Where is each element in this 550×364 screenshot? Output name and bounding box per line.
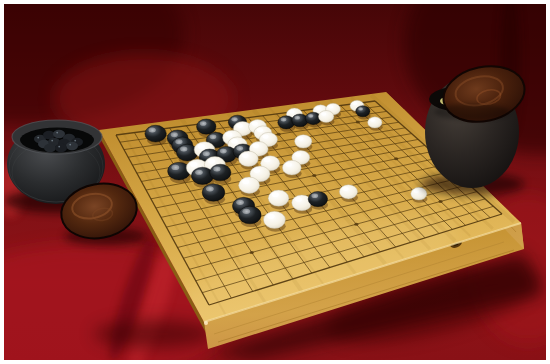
stone-black[interactable] xyxy=(210,164,232,184)
stone-body xyxy=(268,190,289,206)
stone-highlight xyxy=(264,158,271,163)
stone-black[interactable] xyxy=(239,206,262,227)
stone-highlight xyxy=(195,170,203,175)
stone-body xyxy=(145,125,166,142)
stone-white[interactable] xyxy=(268,190,289,209)
stone-white[interactable] xyxy=(411,187,428,202)
stone-body xyxy=(239,177,260,193)
board-corner-glint xyxy=(204,321,208,325)
stone-highlight xyxy=(328,105,333,108)
stone-white[interactable] xyxy=(263,211,285,231)
stone-highlight xyxy=(257,128,263,132)
stone-highlight xyxy=(321,112,326,116)
stone-body xyxy=(356,106,370,117)
bowl-stone-glint xyxy=(56,132,58,134)
stone-body xyxy=(411,187,427,200)
stone-body xyxy=(197,119,216,134)
stone-black[interactable] xyxy=(202,184,225,205)
star-point xyxy=(438,200,442,203)
bowl-stone xyxy=(55,144,67,152)
stone-highlight xyxy=(149,128,156,133)
photo-frame xyxy=(0,0,550,364)
stone-highlight xyxy=(298,137,304,141)
stone-body xyxy=(339,185,357,199)
stone-highlight xyxy=(200,121,207,126)
stone-highlight xyxy=(206,186,214,191)
stone-highlight xyxy=(262,134,268,138)
stone-highlight xyxy=(252,121,258,125)
stone-highlight xyxy=(413,189,419,193)
stone-highlight xyxy=(203,151,210,156)
stone-body xyxy=(318,111,333,123)
star-point xyxy=(250,251,254,254)
board-shadow xyxy=(94,320,214,348)
stone-body xyxy=(202,184,225,202)
stone-highlight xyxy=(171,165,179,170)
stone-highlight xyxy=(311,194,318,199)
stone-highlight xyxy=(370,118,375,121)
stone-highlight xyxy=(358,107,363,110)
stone-highlight xyxy=(352,102,357,105)
stone-body xyxy=(295,135,312,148)
star-point xyxy=(312,174,316,177)
stone-highlight xyxy=(281,118,287,122)
stone-black[interactable] xyxy=(308,191,328,209)
stone-highlight xyxy=(267,214,274,219)
stone-white[interactable] xyxy=(282,160,301,178)
stone-highlight xyxy=(226,132,233,136)
bowl-stone-glint xyxy=(37,137,39,139)
stone-white[interactable] xyxy=(295,135,313,151)
bowl-stone-glint xyxy=(69,144,71,146)
stone-highlight xyxy=(236,146,243,151)
stone-highlight xyxy=(242,153,249,158)
stone-body xyxy=(263,211,285,228)
stone-highlight xyxy=(180,147,187,152)
stone-highlight xyxy=(208,159,215,164)
stone-highlight xyxy=(175,139,182,144)
stone-highlight xyxy=(190,162,197,167)
stone-highlight xyxy=(213,167,220,172)
stone-highlight xyxy=(342,187,348,191)
star-point xyxy=(354,223,358,226)
stone-body xyxy=(282,160,301,175)
stone-body xyxy=(239,206,262,224)
star-point xyxy=(356,121,360,124)
bowl-stone-glint xyxy=(58,146,60,148)
stone-highlight xyxy=(308,114,313,118)
stone-highlight xyxy=(171,132,178,137)
stone-body xyxy=(368,117,382,128)
bowl-stone xyxy=(44,144,56,152)
stone-body xyxy=(308,191,327,206)
stone-highlight xyxy=(253,168,260,173)
stone-highlight xyxy=(252,144,258,148)
star-point xyxy=(394,157,398,160)
stone-highlight xyxy=(286,162,292,166)
stone-white[interactable] xyxy=(239,177,260,197)
stone-highlight xyxy=(289,110,295,114)
stone-body xyxy=(239,151,259,166)
stone-highlight xyxy=(272,192,279,197)
stone-highlight xyxy=(210,135,217,140)
stone-highlight xyxy=(198,144,205,149)
stone-highlight xyxy=(295,153,301,157)
stone-highlight xyxy=(242,179,249,184)
stone-highlight xyxy=(236,124,242,128)
stone-black[interactable] xyxy=(145,125,167,145)
star-point xyxy=(276,133,280,136)
stone-highlight xyxy=(220,149,227,154)
stone-highlight xyxy=(231,117,237,121)
stone-highlight xyxy=(315,107,320,111)
bowl-stone xyxy=(66,142,78,150)
under-lid-shadow xyxy=(434,104,510,120)
stone-highlight xyxy=(242,209,250,214)
stone-white[interactable] xyxy=(339,185,358,202)
go-scene xyxy=(4,4,546,360)
bowl-stone-glint xyxy=(74,140,76,142)
stone-highlight xyxy=(236,200,244,205)
bowl-stone-glint xyxy=(51,140,53,142)
stone-body xyxy=(210,164,231,181)
stone-highlight xyxy=(295,116,301,120)
stone-highlight xyxy=(231,139,238,144)
stone-highlight xyxy=(295,197,302,202)
